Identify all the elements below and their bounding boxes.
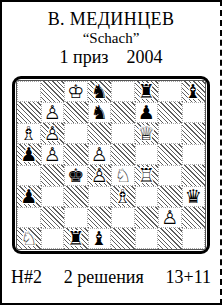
square-c6 — [64, 123, 88, 144]
square-a2 — [17, 207, 41, 228]
square-g5 — [158, 144, 182, 165]
square-h4 — [182, 165, 206, 186]
square-f7: ♟ — [135, 102, 159, 123]
square-b5: ♙ — [41, 144, 65, 165]
white-pawn-piece: ♙ — [41, 102, 65, 123]
square-e7 — [111, 102, 135, 123]
square-c3 — [64, 186, 88, 207]
solutions-count: 2 решения — [64, 267, 144, 288]
white-pawn-piece: ♙ — [88, 144, 112, 165]
square-g7 — [158, 102, 182, 123]
stipulation-line: H#2 2 решения 13+11 — [11, 267, 211, 288]
square-h8: ♝ — [182, 81, 206, 102]
square-b1 — [41, 228, 65, 249]
square-c2 — [64, 207, 88, 228]
square-e6 — [111, 123, 135, 144]
black-pawn-piece: ♟ — [17, 186, 41, 207]
square-e8 — [111, 81, 135, 102]
square-f2 — [135, 207, 159, 228]
square-c5 — [64, 144, 88, 165]
square-e2 — [111, 207, 135, 228]
black-pawn-piece: ♟ — [17, 144, 41, 165]
square-e5 — [111, 144, 135, 165]
square-h1 — [182, 228, 206, 249]
square-f1 — [135, 228, 159, 249]
square-f8: ♜ — [135, 81, 159, 102]
square-g8 — [158, 81, 182, 102]
square-b8 — [41, 81, 65, 102]
white-knight-piece: ♘ — [111, 165, 135, 186]
square-a5: ♟ — [17, 144, 41, 165]
square-d8: ♞ — [88, 81, 112, 102]
square-a3: ♟ — [17, 186, 41, 207]
problem-header: В. МЕДИНЦЕВ “Schach” 1 приз 2004 — [2, 2, 220, 68]
square-e3: ♝♗ — [111, 186, 135, 207]
square-h7 — [182, 102, 206, 123]
white-knight-piece: ♘ — [17, 228, 41, 249]
black-bishop-piece: ♝ — [88, 228, 112, 249]
square-d7: ♞ — [88, 102, 112, 123]
problem-card: В. МЕДИНЦЕВ “Schach” 1 приз 2004 ♔♞♜♝♙♞♟… — [0, 0, 222, 305]
square-g6 — [158, 123, 182, 144]
black-knight-piece: ♞ — [88, 102, 112, 123]
square-b7: ♙ — [41, 102, 65, 123]
black-knight-piece: ♞ — [88, 81, 112, 102]
square-b4 — [41, 165, 65, 186]
square-c1: ♜ — [64, 228, 88, 249]
source-publication: “Schach” — [2, 30, 220, 47]
square-c7 — [64, 102, 88, 123]
chessboard-frame: ♔♞♜♝♙♞♟♗♟♙♛♕♟♙♙♚♟♙♘♜♖♟♝♗♛♙♞♘♜♝ — [12, 76, 210, 254]
square-d1: ♝ — [88, 228, 112, 249]
black-bishop-piece: ♝ — [182, 81, 206, 102]
composer-name: В. МЕДИНЦЕВ — [2, 9, 220, 30]
square-d3 — [88, 186, 112, 207]
white-pawn-piece: ♙ — [88, 165, 112, 186]
square-h2 — [182, 207, 206, 228]
white-bishop-piece: ♗ — [111, 186, 135, 207]
white-bishop-piece: ♗ — [17, 123, 41, 144]
square-g2: ♙ — [158, 207, 182, 228]
black-pawn-piece: ♟ — [135, 102, 159, 123]
stipulation: H#2 — [11, 267, 42, 288]
square-c8: ♔ — [64, 81, 88, 102]
chessboard-inner-border: ♔♞♜♝♙♞♟♗♟♙♛♕♟♙♙♚♟♙♘♜♖♟♝♗♛♙♞♘♜♝ — [16, 80, 206, 250]
square-a1: ♞♘ — [17, 228, 41, 249]
black-queen-piece: ♛ — [182, 186, 206, 207]
black-rook-piece: ♜ — [135, 81, 159, 102]
white-pawn-piece: ♙ — [41, 144, 65, 165]
square-e1 — [111, 228, 135, 249]
square-b3 — [41, 186, 65, 207]
white-king-piece: ♔ — [64, 81, 88, 102]
square-a7 — [17, 102, 41, 123]
square-g1 — [158, 228, 182, 249]
black-rook-piece: ♜ — [64, 228, 88, 249]
square-c4: ♚ — [64, 165, 88, 186]
square-b2 — [41, 207, 65, 228]
square-h3: ♛ — [182, 186, 206, 207]
square-a8 — [17, 81, 41, 102]
white-queen-piece: ♕ — [135, 123, 159, 144]
white-pawn-piece: ♙ — [158, 207, 182, 228]
square-a6: ♗ — [17, 123, 41, 144]
square-a4 — [17, 165, 41, 186]
square-f6: ♛♕ — [135, 123, 159, 144]
square-b6: ♟♙ — [41, 123, 65, 144]
square-h5 — [182, 144, 206, 165]
square-f4: ♜♖ — [135, 165, 159, 186]
material-count: 13+11 — [166, 267, 211, 288]
square-g4 — [158, 165, 182, 186]
white-rook-piece: ♖ — [135, 165, 159, 186]
black-king-piece: ♚ — [64, 165, 88, 186]
square-d6 — [88, 123, 112, 144]
square-h6 — [182, 123, 206, 144]
square-d4: ♟♙ — [88, 165, 112, 186]
award-line: 1 приз 2004 — [2, 47, 220, 68]
white-pawn-piece: ♙ — [41, 123, 65, 144]
square-f5 — [135, 144, 159, 165]
chessboard: ♔♞♜♝♙♞♟♗♟♙♛♕♟♙♙♚♟♙♘♜♖♟♝♗♛♙♞♘♜♝ — [17, 81, 205, 249]
square-f3 — [135, 186, 159, 207]
square-e4: ♘ — [111, 165, 135, 186]
square-d5: ♙ — [88, 144, 112, 165]
square-d2 — [88, 207, 112, 228]
square-g3 — [158, 186, 182, 207]
